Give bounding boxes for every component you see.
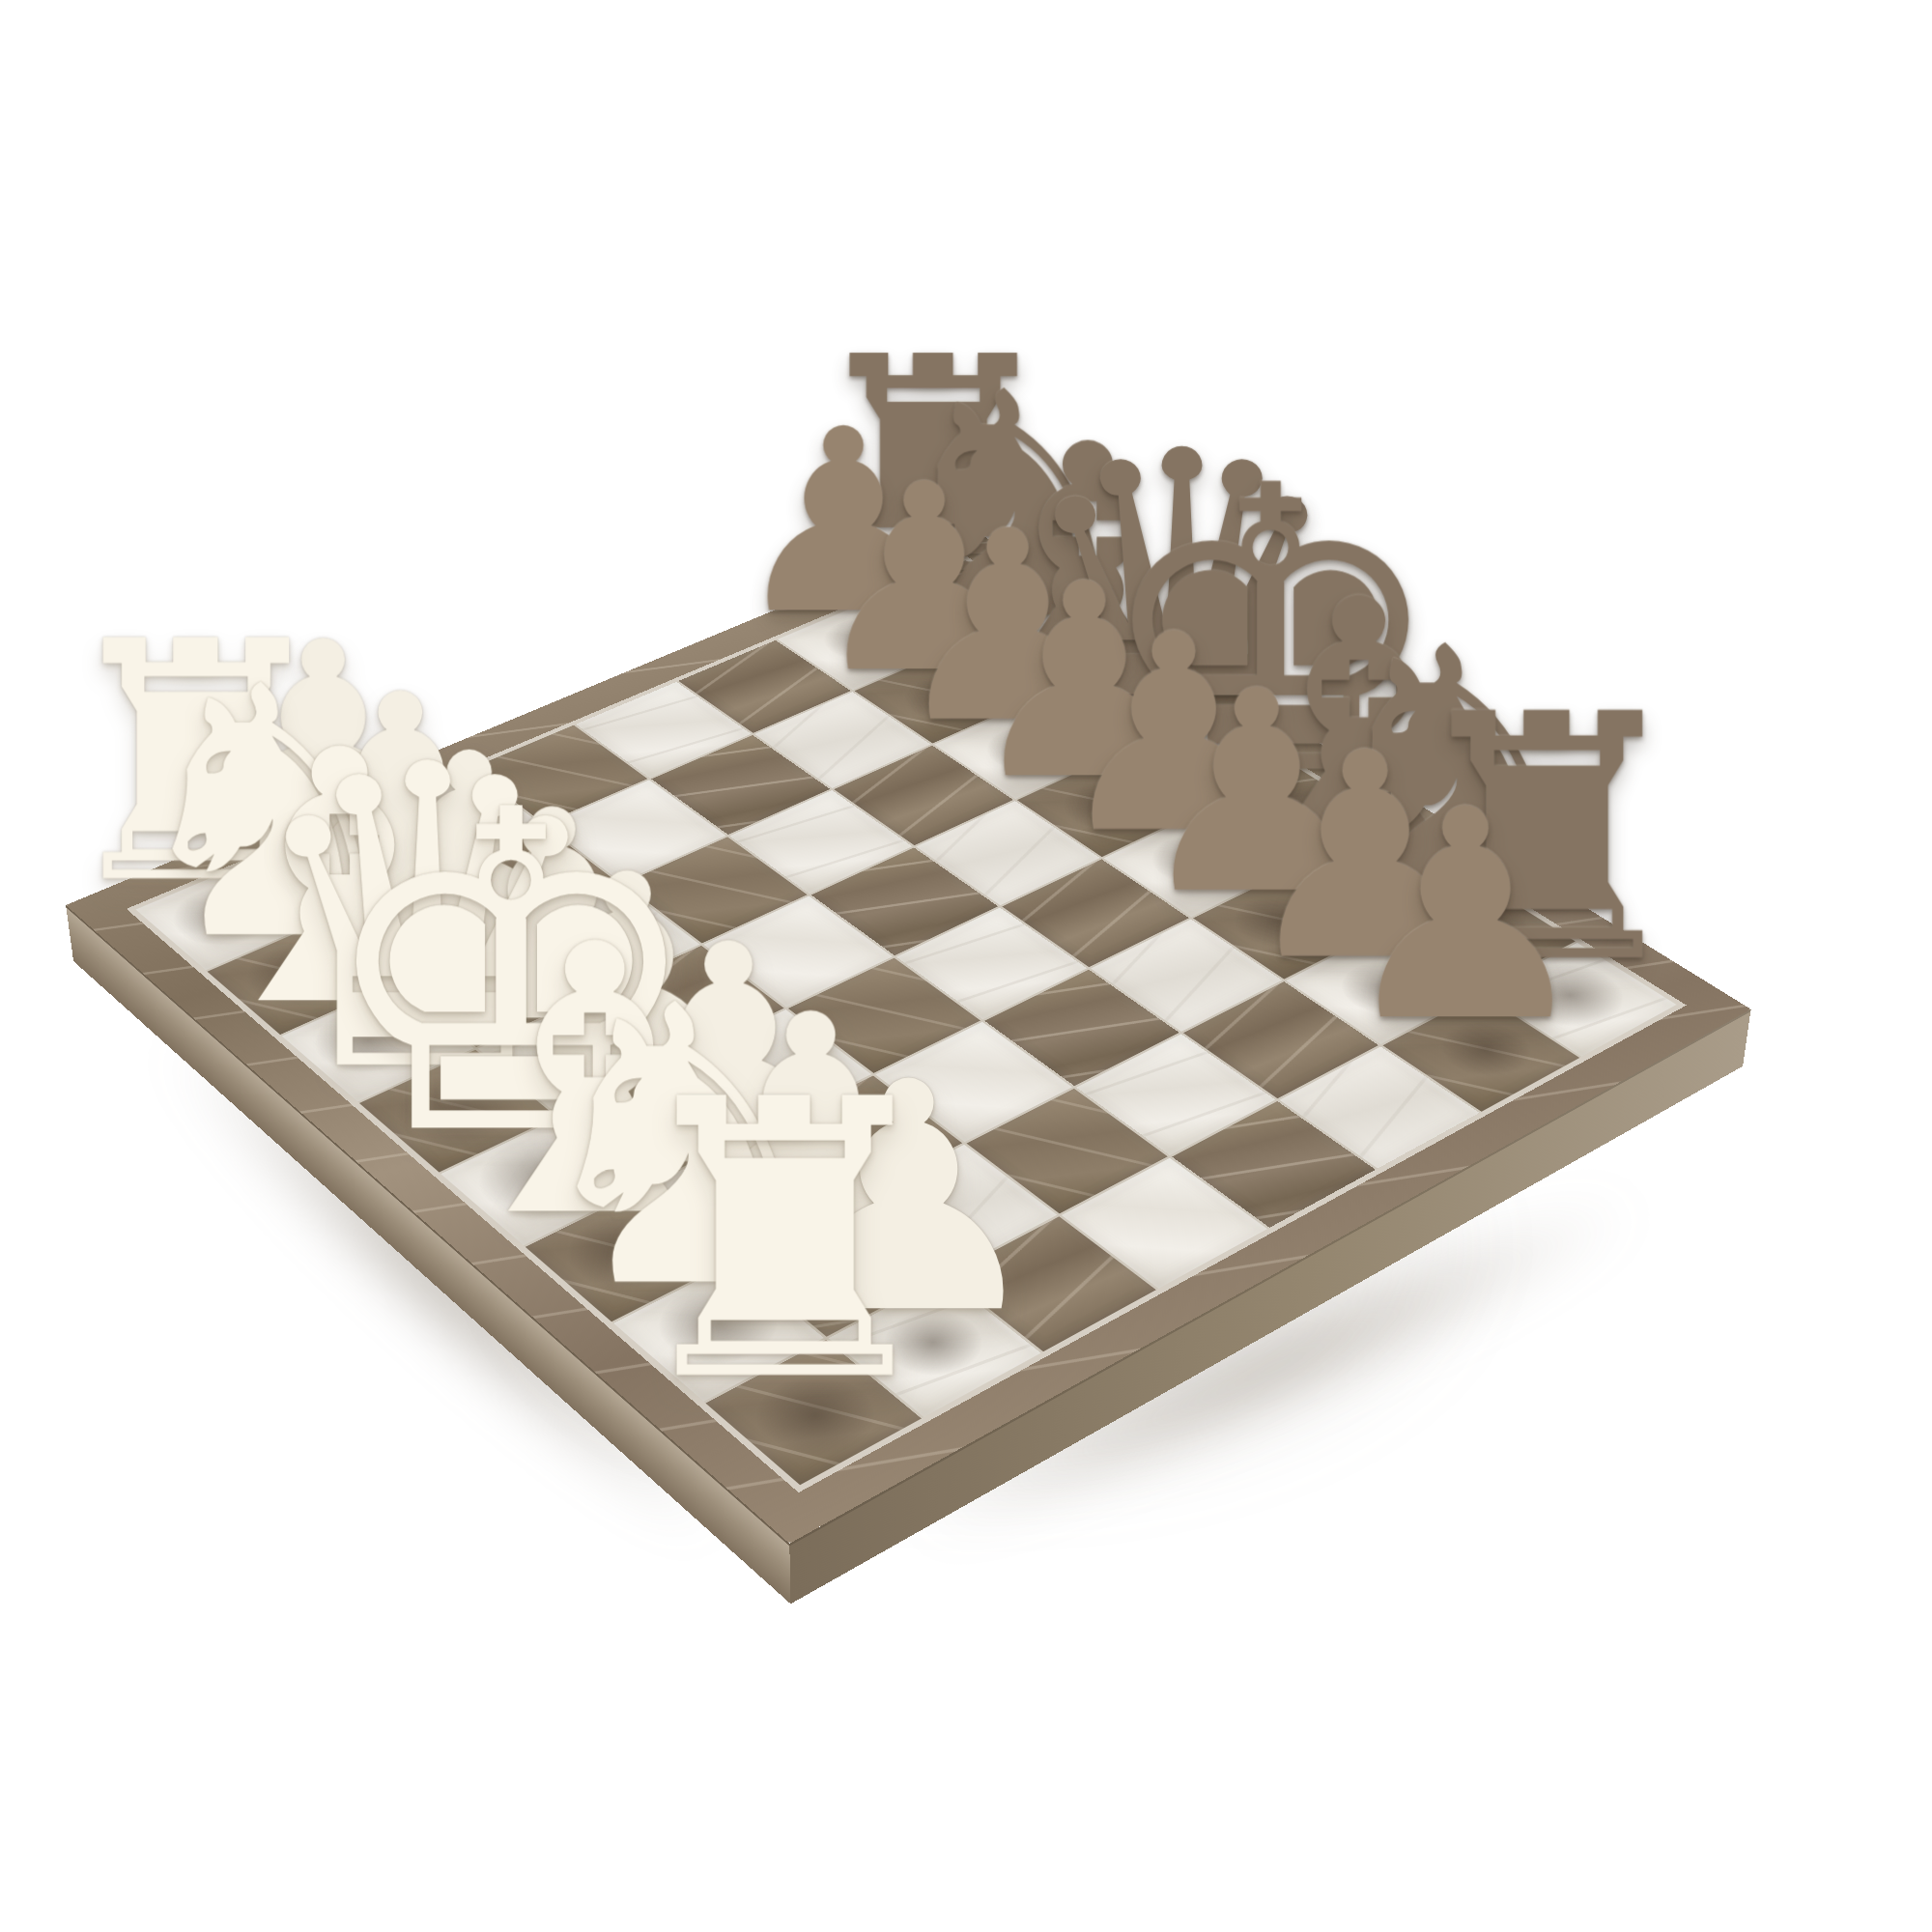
board-squares: ♜♞♝♛♚♝♞♜♟♟♟♟♟♟♟♟♟♟♟♟♟♟♟♟♜♞♝♛♚♝♞♜ <box>127 556 1687 1492</box>
black-pawn: ♟ <box>1216 772 1716 1062</box>
chess-board: ♜♞♝♛♚♝♞♜♟♟♟♟♟♟♟♟♟♟♟♟♟♟♟♟♜♞♝♛♚♝♞♜ <box>66 528 1750 1544</box>
white-rook: ♜ <box>507 1050 1064 1434</box>
square-h1: ♜ <box>705 1340 921 1486</box>
scene: ♜♞♝♛♚♝♞♜♟♟♟♟♟♟♟♟♟♟♟♟♟♟♟♟♜♞♝♛♚♝♞♜ <box>0 0 1932 1932</box>
chess-set-photo: ♜♞♝♛♚♝♞♜♟♟♟♟♟♟♟♟♟♟♟♟♟♟♟♟♜♞♝♛♚♝♞♜ <box>0 0 1932 1932</box>
